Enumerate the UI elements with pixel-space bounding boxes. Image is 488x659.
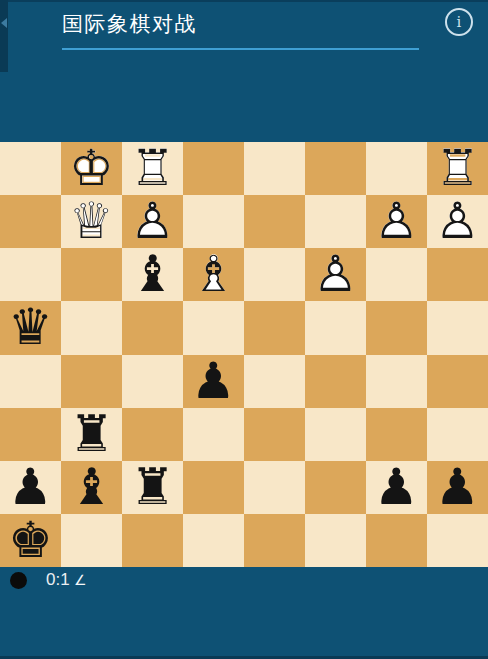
white-rook-piece: ♜♖ (427, 142, 488, 195)
square-b2[interactable]: ♝ (61, 461, 122, 514)
square-h1[interactable] (427, 514, 488, 567)
black-queen-piece: ♛ (0, 301, 61, 354)
square-d6[interactable]: ♝♗ (183, 248, 244, 301)
square-f5[interactable] (305, 301, 366, 354)
square-e1[interactable] (244, 514, 305, 567)
page-title: 国际象棋对战 (62, 10, 197, 38)
bottom-bar: 0:1 ∠ (0, 567, 488, 659)
square-b6[interactable] (61, 248, 122, 301)
square-a2[interactable]: ♟ (0, 461, 61, 514)
white-pawn-piece: ♟♙ (427, 195, 488, 248)
title-underline (62, 48, 419, 50)
white-queen-piece: ♛♕ (61, 195, 122, 248)
square-e3[interactable] (244, 408, 305, 461)
square-a4[interactable] (0, 355, 61, 408)
square-d1[interactable] (183, 514, 244, 567)
square-d8[interactable] (183, 142, 244, 195)
square-h7[interactable]: ♟♙ (427, 195, 488, 248)
white-pawn-piece: ♟♙ (122, 195, 183, 248)
square-f6[interactable]: ♟♙ (305, 248, 366, 301)
black-rook-piece: ♜ (122, 461, 183, 514)
black-pawn-piece: ♟ (183, 355, 244, 408)
white-king-piece: ♚♔ (61, 142, 122, 195)
left-edge-strip (0, 0, 8, 72)
app-header: 国际象棋对战 i (0, 0, 488, 142)
square-d2[interactable] (183, 461, 244, 514)
square-c4[interactable] (122, 355, 183, 408)
square-c6[interactable]: ♝ (122, 248, 183, 301)
timer-partial-digit: ∠ (74, 571, 87, 589)
square-c3[interactable] (122, 408, 183, 461)
back-arrow-icon[interactable] (1, 18, 7, 28)
square-a5[interactable]: ♛ (0, 301, 61, 354)
info-icon[interactable]: i (445, 8, 473, 36)
square-a1[interactable]: ♚ (0, 514, 61, 567)
square-e6[interactable] (244, 248, 305, 301)
timer-text: 0:1 (46, 569, 70, 591)
square-g5[interactable] (366, 301, 427, 354)
square-b4[interactable] (61, 355, 122, 408)
square-b5[interactable] (61, 301, 122, 354)
black-pawn-piece: ♟ (0, 461, 61, 514)
square-g8[interactable] (366, 142, 427, 195)
square-b8[interactable]: ♚♔ (61, 142, 122, 195)
square-d5[interactable] (183, 301, 244, 354)
square-f8[interactable] (305, 142, 366, 195)
square-b3[interactable]: ♜ (61, 408, 122, 461)
square-e8[interactable] (244, 142, 305, 195)
white-pawn-piece: ♟♙ (366, 195, 427, 248)
square-c2[interactable]: ♜ (122, 461, 183, 514)
black-pawn-piece: ♟ (366, 461, 427, 514)
square-f1[interactable] (305, 514, 366, 567)
square-h5[interactable] (427, 301, 488, 354)
square-g6[interactable] (366, 248, 427, 301)
square-c7[interactable]: ♟♙ (122, 195, 183, 248)
square-a3[interactable] (0, 408, 61, 461)
square-f2[interactable] (305, 461, 366, 514)
square-e4[interactable] (244, 355, 305, 408)
square-c5[interactable] (122, 301, 183, 354)
white-pawn-piece: ♟♙ (305, 248, 366, 301)
square-h2[interactable]: ♟ (427, 461, 488, 514)
square-g7[interactable]: ♟♙ (366, 195, 427, 248)
square-a8[interactable] (0, 142, 61, 195)
square-e7[interactable] (244, 195, 305, 248)
square-a7[interactable] (0, 195, 61, 248)
black-bishop-piece: ♝ (122, 248, 183, 301)
square-e5[interactable] (244, 301, 305, 354)
square-g3[interactable] (366, 408, 427, 461)
square-h8[interactable]: ♜♖ (427, 142, 488, 195)
square-g1[interactable] (366, 514, 427, 567)
square-h4[interactable] (427, 355, 488, 408)
square-h3[interactable] (427, 408, 488, 461)
square-g2[interactable]: ♟ (366, 461, 427, 514)
square-f7[interactable] (305, 195, 366, 248)
square-c8[interactable]: ♜♖ (122, 142, 183, 195)
square-d4[interactable]: ♟ (183, 355, 244, 408)
square-h6[interactable] (427, 248, 488, 301)
square-d7[interactable] (183, 195, 244, 248)
black-rook-piece: ♜ (61, 408, 122, 461)
square-b7[interactable]: ♛♕ (61, 195, 122, 248)
square-b1[interactable] (61, 514, 122, 567)
chess-board: ♚♔♜♖♜♖♛♕♟♙♟♙♟♙♝♝♗♟♙♛♟♜♟♝♜♟♟♚ (0, 142, 488, 567)
square-a6[interactable] (0, 248, 61, 301)
square-f4[interactable] (305, 355, 366, 408)
square-e2[interactable] (244, 461, 305, 514)
square-f3[interactable] (305, 408, 366, 461)
square-d3[interactable] (183, 408, 244, 461)
square-c1[interactable] (122, 514, 183, 567)
square-g4[interactable] (366, 355, 427, 408)
top-edge-line (0, 0, 488, 2)
white-rook-piece: ♜♖ (122, 142, 183, 195)
black-king-piece: ♚ (0, 514, 61, 567)
black-player-disc-icon (10, 572, 27, 589)
black-bishop-piece: ♝ (61, 461, 122, 514)
black-pawn-piece: ♟ (427, 461, 488, 514)
white-bishop-piece: ♝♗ (183, 248, 244, 301)
